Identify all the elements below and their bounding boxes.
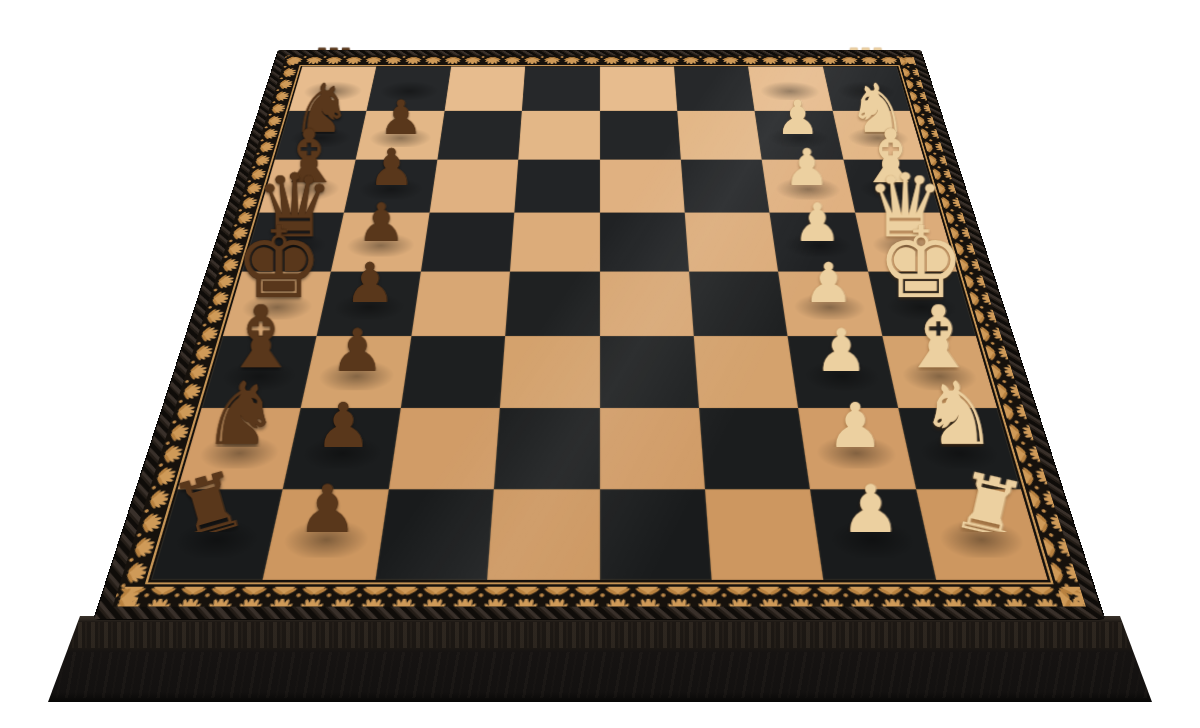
piece-shadow — [298, 435, 386, 469]
piece-shadow — [377, 81, 441, 100]
piece-shadow — [169, 519, 266, 557]
piece-shadow — [914, 435, 1005, 469]
square-e8 — [223, 271, 332, 336]
square-b5 — [518, 111, 599, 160]
piece-shadow — [367, 127, 434, 147]
square-g2 — [798, 408, 915, 489]
square-c2 — [762, 159, 855, 212]
square-a5 — [522, 67, 600, 111]
square-d3 — [685, 213, 779, 272]
piece-shadow — [271, 177, 343, 199]
square-d4 — [599, 213, 688, 272]
piece-shadow — [315, 360, 398, 390]
square-h6 — [375, 489, 494, 580]
piece-shadow — [343, 232, 417, 257]
square-a8 — [289, 67, 376, 111]
piece-shadow — [933, 519, 1030, 557]
scene: ♜♟♟♜♞♟♟♞♝♟♟♝♛♟♟♛♚♟♟♚♝♟♟♝♞♟♟♞♜♟♟♜ — [0, 0, 1200, 728]
piece-shadow — [237, 292, 318, 319]
square-b4 — [600, 111, 681, 160]
checkerboard — [151, 67, 1048, 580]
palmette-border-bottom — [113, 587, 1086, 607]
square-d2 — [770, 213, 868, 272]
square-e6 — [411, 271, 510, 336]
square-c6 — [429, 159, 518, 212]
piece-shadow — [194, 435, 285, 469]
square-g7 — [283, 408, 400, 489]
piece-shadow — [300, 81, 366, 100]
square-f8 — [202, 336, 317, 408]
square-g6 — [389, 408, 500, 489]
square-e5 — [505, 271, 599, 336]
piece-shadow — [781, 232, 855, 257]
square-d1 — [855, 213, 957, 272]
piece-shadow — [791, 292, 870, 319]
square-f7 — [301, 336, 411, 408]
square-b6 — [437, 111, 522, 160]
square-e4 — [599, 271, 693, 336]
piece-shadow — [356, 177, 427, 199]
chess-product-photo: ♜♟♟♜♞♟♟♞♝♟♟♝♛♟♟♛♚♟♟♚♝♟♟♝♞♟♟♞♜♟♟♜ — [0, 0, 1200, 728]
square-c7 — [344, 159, 437, 212]
square-a1 — [823, 67, 910, 111]
piece-shadow — [844, 127, 913, 147]
square-h2 — [810, 489, 935, 580]
square-a2 — [748, 67, 832, 111]
piece-shadow — [758, 81, 822, 100]
square-c3 — [681, 159, 770, 212]
square-c5 — [514, 159, 599, 212]
square-h5 — [487, 489, 599, 580]
piece-shadow — [881, 292, 962, 319]
square-g5 — [494, 408, 599, 489]
piece-shadow — [825, 519, 919, 557]
square-f4 — [599, 336, 698, 408]
square-a7 — [367, 67, 451, 111]
piece-shadow — [330, 292, 409, 319]
square-a6 — [444, 67, 525, 111]
case-emboss-band — [0, 622, 1200, 648]
square-c4 — [600, 159, 685, 212]
chess-board: ♜♟♟♜♞♟♟♞♝♟♟♝♛♟♟♛♚♟♟♚♝♟♟♝♞♟♟♞♜♟♟♜ — [95, 50, 1105, 619]
square-f5 — [500, 336, 600, 408]
piece-shadow — [833, 81, 899, 100]
square-d7 — [331, 213, 429, 272]
square-e1 — [868, 271, 976, 336]
square-c1 — [843, 159, 940, 212]
square-e7 — [317, 271, 421, 336]
square-g4 — [599, 408, 704, 489]
square-g3 — [699, 408, 810, 489]
square-d8 — [242, 213, 344, 272]
square-h3 — [705, 489, 824, 580]
piece-shadow — [765, 127, 832, 147]
square-b3 — [677, 111, 762, 160]
square-b7 — [356, 111, 444, 160]
case-tooled-leather-pattern — [0, 652, 1200, 698]
square-f6 — [400, 336, 505, 408]
piece-shadow — [255, 232, 331, 257]
square-b8 — [275, 111, 367, 160]
square-a3 — [674, 67, 755, 111]
square-a4 — [600, 67, 678, 111]
square-c8 — [259, 159, 356, 212]
piece-shadow — [812, 435, 900, 469]
piece-shadow — [801, 360, 884, 390]
square-d5 — [510, 213, 599, 272]
square-h4 — [599, 489, 711, 580]
piece-shadow — [868, 232, 944, 257]
square-b1 — [832, 111, 924, 160]
square-b2 — [755, 111, 843, 160]
piece-shadow — [217, 360, 302, 390]
piece-shadow — [279, 519, 373, 557]
square-h7 — [263, 489, 389, 580]
piece-shadow — [855, 177, 927, 199]
square-f3 — [694, 336, 799, 408]
square-d6 — [421, 213, 515, 272]
square-f2 — [788, 336, 898, 408]
piece-shadow — [286, 127, 355, 147]
square-e3 — [689, 271, 788, 336]
piece-shadow — [773, 177, 844, 199]
square-e2 — [778, 271, 882, 336]
piece-shadow — [897, 360, 982, 390]
palmette-border-top — [283, 55, 916, 63]
